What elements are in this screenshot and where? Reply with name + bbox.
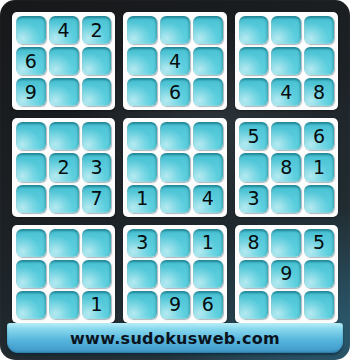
cell-r9c9[interactable] [304, 291, 334, 319]
cell-r7c7[interactable]: 8 [239, 229, 269, 257]
cell-r6c6[interactable]: 4 [193, 185, 223, 213]
cell-r7c6[interactable]: 1 [193, 229, 223, 257]
cell-r7c4[interactable]: 3 [127, 229, 157, 257]
cell-r5c3[interactable]: 3 [82, 153, 112, 181]
cell-r1c7[interactable] [239, 16, 269, 44]
box-3-3: 859 [235, 225, 338, 323]
cell-r8c9[interactable] [304, 260, 334, 288]
cell-r9c2[interactable] [49, 291, 79, 319]
cell-r4c2[interactable] [49, 122, 79, 150]
cell-r2c6[interactable] [193, 47, 223, 75]
box-1-3: 48 [235, 12, 338, 110]
cell-r9c4[interactable] [127, 291, 157, 319]
cell-r5c1[interactable] [16, 153, 46, 181]
cell-r8c2[interactable] [49, 260, 79, 288]
cell-r6c9[interactable] [304, 185, 334, 213]
cell-r1c3[interactable]: 2 [82, 16, 112, 44]
cell-r4c8[interactable] [271, 122, 301, 150]
cell-r2c3[interactable] [82, 47, 112, 75]
cell-r1c2[interactable]: 4 [49, 16, 79, 44]
cell-r3c3[interactable] [82, 78, 112, 106]
cell-r2c4[interactable] [127, 47, 157, 75]
cell-r9c8[interactable] [271, 291, 301, 319]
cell-r4c4[interactable] [127, 122, 157, 150]
box-2-3: 56813 [235, 118, 338, 216]
cell-r5c9[interactable]: 1 [304, 153, 334, 181]
cell-r3c9[interactable]: 8 [304, 78, 334, 106]
cell-r1c8[interactable] [271, 16, 301, 44]
cell-r1c6[interactable] [193, 16, 223, 44]
cell-r2c1[interactable]: 6 [16, 47, 46, 75]
cell-r4c7[interactable]: 5 [239, 122, 269, 150]
cell-r9c1[interactable] [16, 291, 46, 319]
cell-r1c1[interactable] [16, 16, 46, 44]
cell-r9c3[interactable]: 1 [82, 291, 112, 319]
cell-r2c5[interactable]: 4 [160, 47, 190, 75]
cell-r8c5[interactable] [160, 260, 190, 288]
cell-r6c4[interactable]: 1 [127, 185, 157, 213]
cell-r6c5[interactable] [160, 185, 190, 213]
cell-r1c9[interactable] [304, 16, 334, 44]
cell-r7c9[interactable]: 5 [304, 229, 334, 257]
cell-r6c7[interactable]: 3 [239, 185, 269, 213]
cell-r8c3[interactable] [82, 260, 112, 288]
cell-r7c3[interactable] [82, 229, 112, 257]
cell-r2c8[interactable] [271, 47, 301, 75]
cell-r7c8[interactable] [271, 229, 301, 257]
cell-r5c7[interactable] [239, 153, 269, 181]
box-3-2: 3196 [123, 225, 226, 323]
box-1-1: 4269 [12, 12, 115, 110]
cell-r7c1[interactable] [16, 229, 46, 257]
cell-r3c4[interactable] [127, 78, 157, 106]
cell-r3c2[interactable] [49, 78, 79, 106]
site-url[interactable]: www.sudokusweb.com [70, 329, 280, 348]
cell-r5c4[interactable] [127, 153, 157, 181]
cell-r8c4[interactable] [127, 260, 157, 288]
cell-r6c1[interactable] [16, 185, 46, 213]
cell-r8c8[interactable]: 9 [271, 260, 301, 288]
box-1-2: 46 [123, 12, 226, 110]
box-2-2: 14 [123, 118, 226, 216]
cell-r9c7[interactable] [239, 291, 269, 319]
cell-r6c8[interactable] [271, 185, 301, 213]
box-2-1: 237 [12, 118, 115, 216]
footer-bar: www.sudokusweb.com [7, 323, 343, 353]
cell-r3c6[interactable] [193, 78, 223, 106]
cell-r3c1[interactable]: 9 [16, 78, 46, 106]
cell-r7c2[interactable] [49, 229, 79, 257]
cell-r3c8[interactable]: 4 [271, 78, 301, 106]
cell-r5c2[interactable]: 2 [49, 153, 79, 181]
sudoku-board: 42694648237145681313196859 www.sudokuswe… [0, 0, 350, 360]
cell-r4c6[interactable] [193, 122, 223, 150]
cell-r7c5[interactable] [160, 229, 190, 257]
cell-r2c2[interactable] [49, 47, 79, 75]
cell-r3c7[interactable] [239, 78, 269, 106]
cell-r4c1[interactable] [16, 122, 46, 150]
cell-r4c3[interactable] [82, 122, 112, 150]
cell-r5c5[interactable] [160, 153, 190, 181]
cell-r4c9[interactable]: 6 [304, 122, 334, 150]
cell-r9c5[interactable]: 9 [160, 291, 190, 319]
cell-r9c6[interactable]: 6 [193, 291, 223, 319]
cell-r5c8[interactable]: 8 [271, 153, 301, 181]
cell-r4c5[interactable] [160, 122, 190, 150]
cell-r8c7[interactable] [239, 260, 269, 288]
cell-r3c5[interactable]: 6 [160, 78, 190, 106]
cell-r6c3[interactable]: 7 [82, 185, 112, 213]
cell-r8c1[interactable] [16, 260, 46, 288]
cell-r1c5[interactable] [160, 16, 190, 44]
cell-r2c9[interactable] [304, 47, 334, 75]
box-3-1: 1 [12, 225, 115, 323]
cell-r1c4[interactable] [127, 16, 157, 44]
cell-r6c2[interactable] [49, 185, 79, 213]
sudoku-grid: 42694648237145681313196859 [12, 12, 338, 323]
cell-r5c6[interactable] [193, 153, 223, 181]
cell-r2c7[interactable] [239, 47, 269, 75]
cell-r8c6[interactable] [193, 260, 223, 288]
